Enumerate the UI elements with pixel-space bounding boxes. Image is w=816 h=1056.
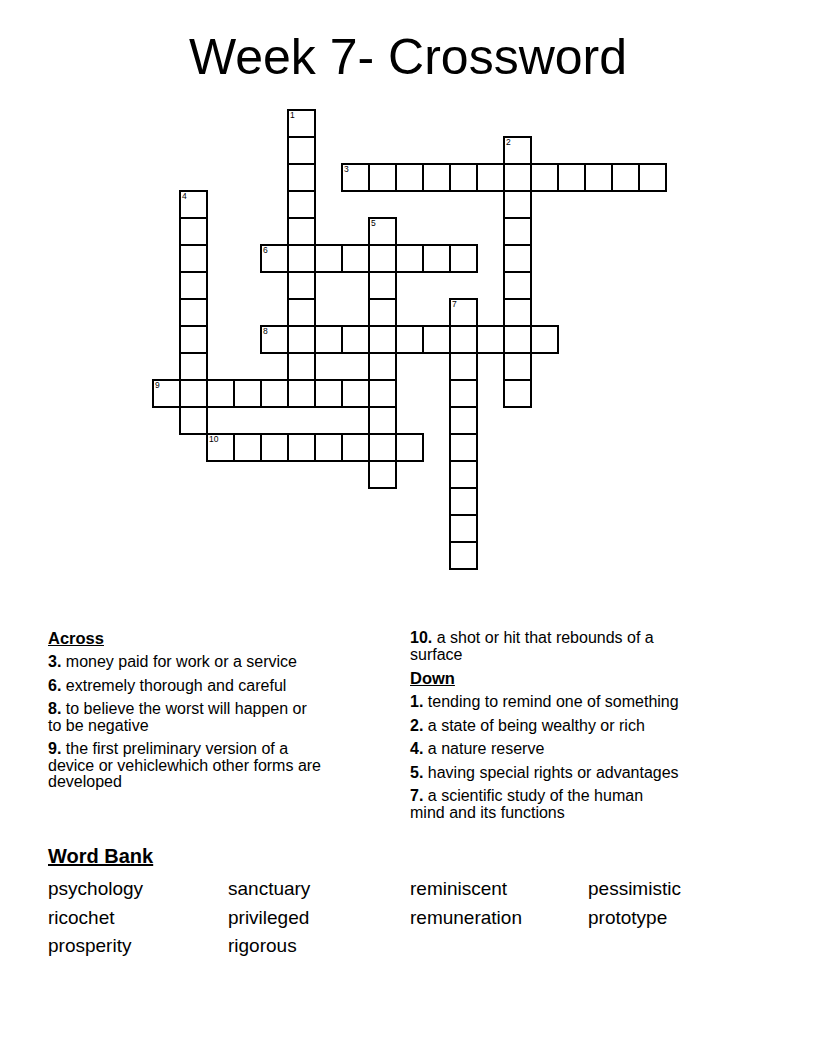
clue-text: mind and its functions xyxy=(410,805,780,822)
grid-cell[interactable] xyxy=(476,325,505,354)
grid-cell[interactable] xyxy=(260,433,289,462)
grid-cell[interactable] xyxy=(449,514,478,543)
grid-cell[interactable] xyxy=(557,163,586,192)
grid-cell[interactable] xyxy=(314,325,343,354)
clue-text: surface xyxy=(410,647,780,664)
clue-across-3: 3. money paid for work or a service xyxy=(48,654,400,671)
grid-cell[interactable] xyxy=(287,163,316,192)
grid-cell[interactable] xyxy=(395,163,424,192)
grid-cell[interactable] xyxy=(179,379,208,408)
grid-cell[interactable] xyxy=(179,325,208,354)
word-bank-item: pessimistic xyxy=(588,875,758,904)
clues-column-left: Across 3. money paid for work or a servi… xyxy=(48,630,400,798)
grid-cell[interactable] xyxy=(449,460,478,489)
grid-cell[interactable] xyxy=(368,379,397,408)
grid-cell[interactable] xyxy=(287,136,316,165)
cell-number: 9 xyxy=(155,381,160,390)
grid-cell[interactable] xyxy=(233,433,262,462)
word-bank-item: rigorous xyxy=(228,932,410,961)
clue-across-6: 6. extremely thorough and careful xyxy=(48,678,400,695)
clue-number: 8. xyxy=(48,700,61,717)
clue-across-9: 9. the first preliminary version of a de… xyxy=(48,741,400,791)
word-bank-item: prosperity xyxy=(48,932,228,961)
grid-cell[interactable] xyxy=(503,217,532,246)
cell-number: 1 xyxy=(290,111,295,120)
clue-down-2: 2. a state of being wealthy or rich xyxy=(410,718,780,735)
grid-cell[interactable] xyxy=(341,379,370,408)
grid-cell[interactable] xyxy=(638,163,667,192)
clue-down-7: 7. a scientific study of the human mind … xyxy=(410,788,780,821)
word-bank-item: psychology xyxy=(48,875,228,904)
grid-cell[interactable] xyxy=(530,325,559,354)
grid-cell[interactable] xyxy=(476,163,505,192)
grid-cell[interactable] xyxy=(449,487,478,516)
word-bank-item: reminiscent xyxy=(410,875,588,904)
grid-cell[interactable] xyxy=(287,325,316,354)
cell-number: 4 xyxy=(182,192,187,201)
clue-across-10: 10. a shot or hit that rebounds of a sur… xyxy=(410,630,780,663)
grid-cell[interactable] xyxy=(395,244,424,273)
grid-cell[interactable] xyxy=(314,244,343,273)
clue-down-1: 1. tending to remind one of something xyxy=(410,694,780,711)
clues-column-right: 10. a shot or hit that rebounds of a sur… xyxy=(410,630,780,828)
grid-cell[interactable] xyxy=(449,541,478,570)
grid-cell[interactable] xyxy=(368,298,397,327)
grid-cell[interactable] xyxy=(368,244,397,273)
grid-cell[interactable] xyxy=(287,244,316,273)
clue-text: having special rights or advantages xyxy=(428,764,679,781)
grid-cell[interactable] xyxy=(449,244,478,273)
clue-number: 3. xyxy=(48,653,61,670)
grid-cell[interactable] xyxy=(449,325,478,354)
grid-cell[interactable] xyxy=(449,163,478,192)
grid-cell[interactable] xyxy=(179,217,208,246)
grid-cell[interactable] xyxy=(314,379,343,408)
grid-cell[interactable] xyxy=(287,298,316,327)
grid-cell[interactable] xyxy=(368,460,397,489)
grid-cell[interactable] xyxy=(368,325,397,354)
grid-cell[interactable] xyxy=(287,217,316,246)
grid-cell[interactable] xyxy=(206,379,235,408)
grid-cell[interactable] xyxy=(503,190,532,219)
clue-down-4: 4. a nature reserve xyxy=(410,741,780,758)
grid-cell[interactable] xyxy=(287,433,316,462)
cell-number: 6 xyxy=(263,246,268,255)
grid-cell[interactable] xyxy=(341,325,370,354)
grid-cell[interactable] xyxy=(260,379,289,408)
grid-cell[interactable] xyxy=(395,325,424,354)
crossword-grid: 12345678910 xyxy=(152,109,667,570)
word-bank-item: privileged xyxy=(228,904,410,933)
cell-number: 10 xyxy=(209,435,218,444)
word-bank-grid: psychology sanctuary reminiscent pessimi… xyxy=(48,875,758,961)
clue-across-8: 8. to believe the worst will happen or t… xyxy=(48,701,400,734)
grid-cell[interactable] xyxy=(341,244,370,273)
grid-cell[interactable] xyxy=(341,433,370,462)
grid-cell[interactable] xyxy=(449,379,478,408)
clue-text: a scientific study of the human xyxy=(428,787,643,804)
clue-text: the first preliminary version of a xyxy=(66,740,288,757)
grid-cell[interactable] xyxy=(422,244,451,273)
clue-text: device or vehiclewhich other forms are xyxy=(48,758,400,775)
clue-down-5: 5. having special rights or advantages xyxy=(410,765,780,782)
cell-number: 5 xyxy=(371,219,376,228)
word-bank-header: Word Bank xyxy=(48,845,758,867)
across-header: Across xyxy=(48,630,400,647)
grid-cell[interactable] xyxy=(179,298,208,327)
grid-cell[interactable] xyxy=(287,379,316,408)
clue-text: money paid for work or a service xyxy=(66,653,297,670)
grid-cell[interactable] xyxy=(287,352,316,381)
grid-cell[interactable] xyxy=(287,190,316,219)
cell-number: 7 xyxy=(452,300,457,309)
clue-text: to believe the worst will happen or xyxy=(66,700,307,717)
grid-cell[interactable] xyxy=(503,379,532,408)
grid-cell[interactable] xyxy=(422,163,451,192)
clue-text: extremely thorough and careful xyxy=(66,677,287,694)
clue-text: a state of being wealthy or rich xyxy=(428,717,645,734)
clue-number: 1. xyxy=(410,693,423,710)
page-title: Week 7- Crossword xyxy=(0,28,816,86)
grid-cell[interactable] xyxy=(314,433,343,462)
grid-cell[interactable] xyxy=(179,271,208,300)
grid-cell[interactable] xyxy=(503,244,532,273)
clue-number: 9. xyxy=(48,740,61,757)
clue-text: a nature reserve xyxy=(428,740,545,757)
clue-number: 4. xyxy=(410,740,423,757)
clue-text: tending to remind one of something xyxy=(428,693,679,710)
grid-cell[interactable] xyxy=(368,163,397,192)
grid-cell[interactable] xyxy=(368,352,397,381)
grid-cell[interactable] xyxy=(179,244,208,273)
word-bank-item: ricochet xyxy=(48,904,228,933)
clue-text: a shot or hit that rebounds of a xyxy=(437,629,654,646)
down-header: Down xyxy=(410,670,780,687)
word-bank: Word Bank psychology sanctuary reminisce… xyxy=(48,845,758,961)
grid-cell[interactable] xyxy=(179,406,208,435)
word-bank-item: remuneration xyxy=(410,904,588,933)
grid-cell[interactable] xyxy=(584,163,613,192)
grid-cell[interactable] xyxy=(422,325,451,354)
grid-cell[interactable] xyxy=(449,433,478,462)
grid-cell[interactable] xyxy=(449,406,478,435)
clue-number: 2. xyxy=(410,717,423,734)
grid-cell[interactable] xyxy=(503,298,532,327)
grid-cell[interactable] xyxy=(503,352,532,381)
word-bank-item: prototype xyxy=(588,904,758,933)
grid-cell[interactable] xyxy=(503,271,532,300)
cell-number: 3 xyxy=(344,165,349,174)
grid-cell[interactable] xyxy=(287,271,316,300)
grid-cell[interactable] xyxy=(530,163,559,192)
cell-number: 8 xyxy=(263,327,268,336)
cell-number: 2 xyxy=(506,138,511,147)
grid-cell[interactable] xyxy=(368,271,397,300)
grid-cell[interactable] xyxy=(503,325,532,354)
grid-cell[interactable] xyxy=(368,406,397,435)
grid-cell[interactable] xyxy=(503,163,532,192)
clue-number: 7. xyxy=(410,787,423,804)
grid-cell[interactable] xyxy=(368,433,397,462)
clue-text: to be negative xyxy=(48,718,400,735)
clue-number: 10. xyxy=(410,629,432,646)
grid-cell[interactable] xyxy=(611,163,640,192)
grid-cell[interactable] xyxy=(179,352,208,381)
grid-cell[interactable] xyxy=(233,379,262,408)
grid-cell[interactable] xyxy=(449,352,478,381)
grid-cell[interactable] xyxy=(395,433,424,462)
clue-number: 5. xyxy=(410,764,423,781)
clue-text: developed xyxy=(48,774,400,791)
clue-number: 6. xyxy=(48,677,61,694)
word-bank-item: sanctuary xyxy=(228,875,410,904)
